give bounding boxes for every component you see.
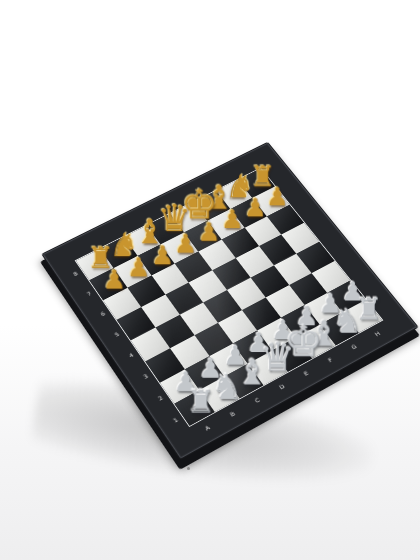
piece-gold-pawn: ♟ bbox=[124, 254, 152, 280]
product-photo: ♜♞♝♛♚♝♞♜♟♟♟♟♟♟♟♟♟♟♟♟♟♟♟♟♜♞♝♛♚♝♞♜ ABCDEFG… bbox=[0, 0, 420, 560]
piece-gold-pawn: ♟ bbox=[100, 266, 128, 292]
piece-gold-pawn: ♟ bbox=[195, 218, 222, 243]
rank-label-7: 7 bbox=[80, 282, 97, 304]
square-e4 bbox=[227, 278, 265, 310]
dust-speck bbox=[187, 467, 190, 470]
piece-silver-rook: ♜ bbox=[186, 386, 215, 418]
